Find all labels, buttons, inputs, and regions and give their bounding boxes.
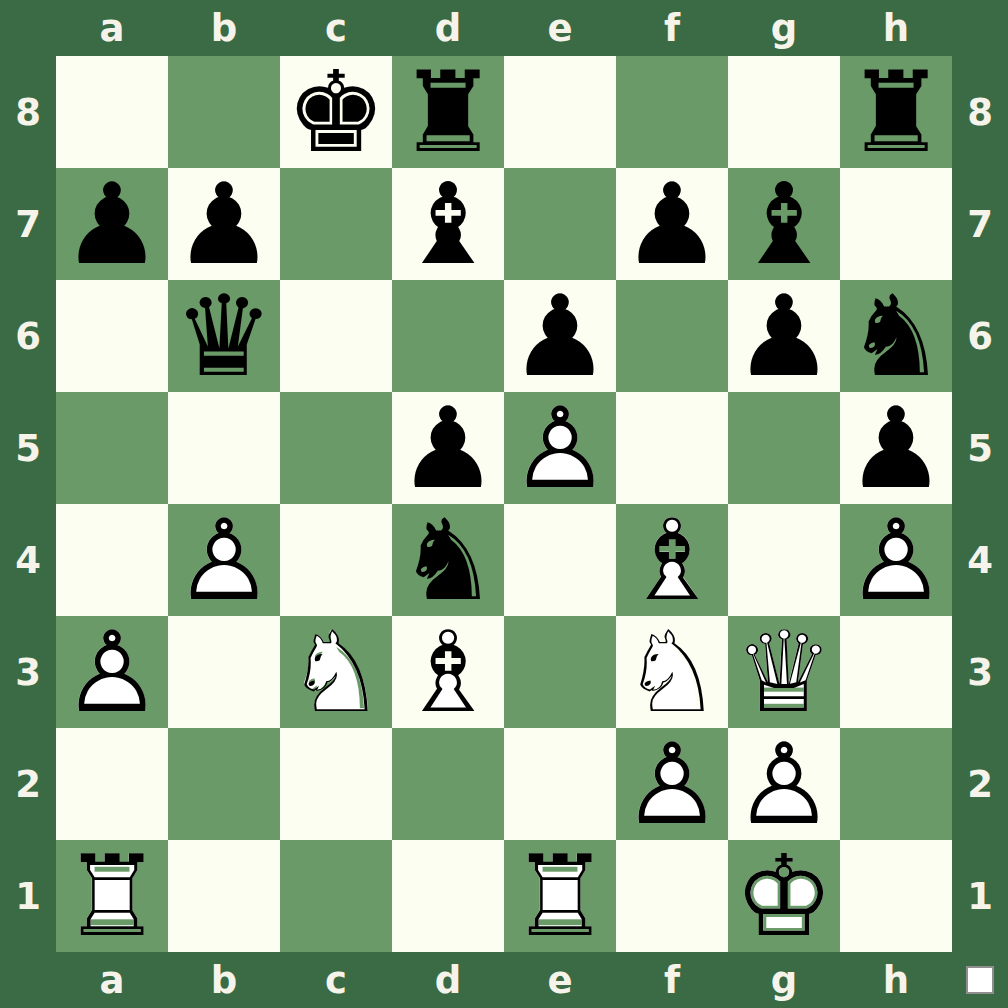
coord-label: a bbox=[100, 7, 125, 50]
square-h3[interactable] bbox=[840, 616, 952, 728]
coord-label: d bbox=[435, 959, 462, 1002]
square-e4[interactable] bbox=[504, 504, 616, 616]
coord-label: h bbox=[883, 959, 909, 1002]
piece-white-pawn: ♟ bbox=[168, 504, 280, 616]
piece-white-bishop: ♝ bbox=[616, 504, 728, 616]
square-b3[interactable] bbox=[168, 616, 280, 728]
square-b8[interactable] bbox=[168, 56, 280, 168]
piece-white-pawn-outline: ♙ bbox=[56, 616, 168, 728]
square-c6[interactable] bbox=[280, 280, 392, 392]
square-e8[interactable] bbox=[504, 56, 616, 168]
square-d1[interactable] bbox=[392, 840, 504, 952]
piece-black-bishop: ♝ bbox=[392, 168, 504, 280]
piece-white-queen: ♛ bbox=[728, 616, 840, 728]
board-grid: ♚♜♜♟♟♝♟♝♛♟♟♞♟♟♙♟♟♙♞♝♗♟♙♟♙♞♘♝♗♞♘♛♕♟♙♟♙♜♖♜… bbox=[56, 56, 952, 952]
square-e3[interactable] bbox=[504, 616, 616, 728]
piece-white-pawn-outline: ♙ bbox=[840, 504, 952, 616]
square-c3[interactable]: ♞♘ bbox=[280, 616, 392, 728]
piece-white-knight: ♞ bbox=[280, 616, 392, 728]
square-g4[interactable] bbox=[728, 504, 840, 616]
square-a6[interactable] bbox=[56, 280, 168, 392]
piece-black-queen: ♛ bbox=[168, 280, 280, 392]
square-h8[interactable]: ♜ bbox=[840, 56, 952, 168]
piece-white-bishop: ♝ bbox=[392, 616, 504, 728]
piece-black-king: ♚ bbox=[280, 56, 392, 168]
square-f6[interactable] bbox=[616, 280, 728, 392]
coord-label: 3 bbox=[967, 651, 993, 694]
coord-label: f bbox=[664, 959, 680, 1002]
square-a3[interactable]: ♟♙ bbox=[56, 616, 168, 728]
square-c1[interactable] bbox=[280, 840, 392, 952]
square-a2[interactable] bbox=[56, 728, 168, 840]
coord-label: c bbox=[325, 7, 347, 50]
piece-white-rook-outline: ♖ bbox=[56, 840, 168, 952]
file-labels-top: abcdefgh bbox=[56, 0, 952, 56]
piece-white-king-outline: ♔ bbox=[728, 840, 840, 952]
coord-label: 5 bbox=[15, 427, 41, 470]
coord-label: 7 bbox=[15, 203, 41, 246]
square-f8[interactable] bbox=[616, 56, 728, 168]
piece-white-pawn-outline: ♙ bbox=[728, 728, 840, 840]
coord-label: 4 bbox=[15, 539, 41, 582]
piece-white-pawn-outline: ♙ bbox=[504, 392, 616, 504]
piece-white-rook: ♜ bbox=[504, 840, 616, 952]
piece-black-pawn: ♟ bbox=[504, 280, 616, 392]
piece-white-pawn: ♟ bbox=[504, 392, 616, 504]
square-a8[interactable] bbox=[56, 56, 168, 168]
square-f2[interactable]: ♟♙ bbox=[616, 728, 728, 840]
piece-white-bishop-outline: ♗ bbox=[392, 616, 504, 728]
square-a1[interactable]: ♜♖ bbox=[56, 840, 168, 952]
square-d3[interactable]: ♝♗ bbox=[392, 616, 504, 728]
square-e5[interactable]: ♟♙ bbox=[504, 392, 616, 504]
coord-label: 8 bbox=[15, 91, 41, 134]
square-b5[interactable] bbox=[168, 392, 280, 504]
square-h6[interactable]: ♞ bbox=[840, 280, 952, 392]
coord-label: 1 bbox=[967, 875, 993, 918]
piece-black-knight: ♞ bbox=[840, 280, 952, 392]
square-e1[interactable]: ♜♖ bbox=[504, 840, 616, 952]
square-g3[interactable]: ♛♕ bbox=[728, 616, 840, 728]
square-f7[interactable]: ♟ bbox=[616, 168, 728, 280]
square-b4[interactable]: ♟♙ bbox=[168, 504, 280, 616]
square-b2[interactable] bbox=[168, 728, 280, 840]
coord-label: 3 bbox=[15, 651, 41, 694]
coord-label: h bbox=[883, 7, 909, 50]
square-e7[interactable] bbox=[504, 168, 616, 280]
piece-black-pawn: ♟ bbox=[728, 280, 840, 392]
coord-label: g bbox=[771, 959, 798, 1002]
coord-label: a bbox=[100, 959, 125, 1002]
piece-white-knight-outline: ♘ bbox=[280, 616, 392, 728]
coord-label: e bbox=[547, 7, 572, 50]
white-to-move-indicator bbox=[966, 966, 994, 994]
piece-black-knight: ♞ bbox=[392, 504, 504, 616]
square-c7[interactable] bbox=[280, 168, 392, 280]
square-h4[interactable]: ♟♙ bbox=[840, 504, 952, 616]
square-h1[interactable] bbox=[840, 840, 952, 952]
square-f5[interactable] bbox=[616, 392, 728, 504]
piece-black-pawn: ♟ bbox=[56, 168, 168, 280]
piece-white-pawn-outline: ♙ bbox=[168, 504, 280, 616]
coord-label: g bbox=[771, 7, 798, 50]
piece-white-pawn: ♟ bbox=[840, 504, 952, 616]
piece-white-pawn-outline: ♙ bbox=[616, 728, 728, 840]
piece-white-rook-outline: ♖ bbox=[504, 840, 616, 952]
square-a5[interactable] bbox=[56, 392, 168, 504]
square-g2[interactable]: ♟♙ bbox=[728, 728, 840, 840]
piece-white-pawn: ♟ bbox=[616, 728, 728, 840]
square-d4[interactable]: ♞ bbox=[392, 504, 504, 616]
rank-labels-right: 87654321 bbox=[952, 56, 1008, 952]
coord-label: 4 bbox=[967, 539, 993, 582]
piece-black-rook: ♜ bbox=[392, 56, 504, 168]
square-c2[interactable] bbox=[280, 728, 392, 840]
coord-label: c bbox=[325, 959, 347, 1002]
square-g1[interactable]: ♚♔ bbox=[728, 840, 840, 952]
square-g7[interactable]: ♝ bbox=[728, 168, 840, 280]
file-labels-bottom: abcdefgh bbox=[56, 952, 952, 1008]
coord-label: 8 bbox=[967, 91, 993, 134]
square-e2[interactable] bbox=[504, 728, 616, 840]
square-a7[interactable]: ♟ bbox=[56, 168, 168, 280]
square-g5[interactable] bbox=[728, 392, 840, 504]
piece-black-pawn: ♟ bbox=[392, 392, 504, 504]
square-g8[interactable] bbox=[728, 56, 840, 168]
piece-white-queen-outline: ♕ bbox=[728, 616, 840, 728]
square-b7[interactable]: ♟ bbox=[168, 168, 280, 280]
coord-label: 2 bbox=[15, 763, 41, 806]
square-d8[interactable]: ♜ bbox=[392, 56, 504, 168]
square-g6[interactable]: ♟ bbox=[728, 280, 840, 392]
square-f3[interactable]: ♞♘ bbox=[616, 616, 728, 728]
square-h7[interactable] bbox=[840, 168, 952, 280]
square-f1[interactable] bbox=[616, 840, 728, 952]
square-b1[interactable] bbox=[168, 840, 280, 952]
square-b6[interactable]: ♛ bbox=[168, 280, 280, 392]
square-d6[interactable] bbox=[392, 280, 504, 392]
piece-black-bishop: ♝ bbox=[728, 168, 840, 280]
coord-label: 2 bbox=[967, 763, 993, 806]
piece-black-pawn: ♟ bbox=[616, 168, 728, 280]
coord-label: 5 bbox=[967, 427, 993, 470]
coord-label: 1 bbox=[15, 875, 41, 918]
chess-board-frame: abcdefgh abcdefgh 87654321 87654321 ♚♜♜♟… bbox=[0, 0, 1008, 1008]
coord-label: 6 bbox=[967, 315, 993, 358]
square-d5[interactable]: ♟ bbox=[392, 392, 504, 504]
square-h2[interactable] bbox=[840, 728, 952, 840]
piece-white-bishop-outline: ♗ bbox=[616, 504, 728, 616]
square-c4[interactable] bbox=[280, 504, 392, 616]
piece-black-pawn: ♟ bbox=[840, 392, 952, 504]
coord-label: d bbox=[435, 7, 462, 50]
piece-white-rook: ♜ bbox=[56, 840, 168, 952]
piece-white-pawn: ♟ bbox=[728, 728, 840, 840]
square-c8[interactable]: ♚ bbox=[280, 56, 392, 168]
square-f4[interactable]: ♝♗ bbox=[616, 504, 728, 616]
piece-black-pawn: ♟ bbox=[168, 168, 280, 280]
square-a4[interactable] bbox=[56, 504, 168, 616]
coord-label: e bbox=[547, 959, 572, 1002]
square-d7[interactable]: ♝ bbox=[392, 168, 504, 280]
piece-white-pawn: ♟ bbox=[56, 616, 168, 728]
coord-label: 7 bbox=[967, 203, 993, 246]
coord-label: 6 bbox=[15, 315, 41, 358]
piece-black-rook: ♜ bbox=[840, 56, 952, 168]
square-e6[interactable]: ♟ bbox=[504, 280, 616, 392]
piece-white-knight-outline: ♘ bbox=[616, 616, 728, 728]
piece-white-knight: ♞ bbox=[616, 616, 728, 728]
square-c5[interactable] bbox=[280, 392, 392, 504]
rank-labels-left: 87654321 bbox=[0, 56, 56, 952]
coord-label: b bbox=[211, 959, 238, 1002]
coord-label: b bbox=[211, 7, 238, 50]
square-h5[interactable]: ♟ bbox=[840, 392, 952, 504]
square-d2[interactable] bbox=[392, 728, 504, 840]
piece-white-king: ♚ bbox=[728, 840, 840, 952]
coord-label: f bbox=[664, 7, 680, 50]
